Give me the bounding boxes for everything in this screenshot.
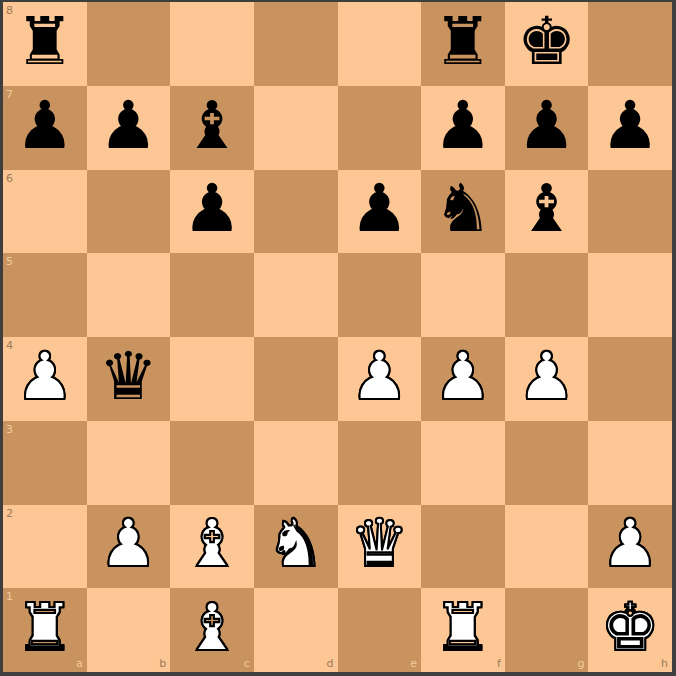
square-d6[interactable] <box>254 170 338 254</box>
square-f8[interactable]: ♜ <box>421 2 505 86</box>
square-c4[interactable] <box>170 337 254 421</box>
square-g1[interactable]: g <box>505 588 589 672</box>
piece-white-queen[interactable]: ♛ <box>350 511 409 577</box>
coord-file-h: h <box>661 658 668 669</box>
square-a5[interactable]: 5 <box>3 253 87 337</box>
square-f2[interactable] <box>421 505 505 589</box>
square-b7[interactable]: ♟ <box>87 86 171 170</box>
square-e7[interactable] <box>338 86 422 170</box>
piece-black-pawn[interactable]: ♟ <box>15 93 74 159</box>
square-b4[interactable]: ♛ <box>87 337 171 421</box>
square-e3[interactable] <box>338 421 422 505</box>
square-h8[interactable] <box>588 2 672 86</box>
piece-black-rook[interactable]: ♜ <box>433 9 492 75</box>
square-d4[interactable] <box>254 337 338 421</box>
square-b2[interactable]: ♟ <box>87 505 171 589</box>
square-c8[interactable] <box>170 2 254 86</box>
coord-rank-2: 2 <box>6 508 13 519</box>
square-e4[interactable]: ♟ <box>338 337 422 421</box>
piece-white-knight[interactable]: ♞ <box>266 511 325 577</box>
square-f5[interactable] <box>421 253 505 337</box>
piece-black-queen[interactable]: ♛ <box>99 344 158 410</box>
square-c2[interactable]: ♝ <box>170 505 254 589</box>
square-c5[interactable] <box>170 253 254 337</box>
square-b6[interactable] <box>87 170 171 254</box>
piece-black-bishop[interactable]: ♝ <box>517 176 576 242</box>
piece-black-pawn[interactable]: ♟ <box>350 176 409 242</box>
coord-rank-4: 4 <box>6 340 13 351</box>
square-g7[interactable]: ♟ <box>505 86 589 170</box>
square-d1[interactable]: d <box>254 588 338 672</box>
square-a2[interactable]: 2 <box>3 505 87 589</box>
square-h1[interactable]: h♚ <box>588 588 672 672</box>
coord-rank-1: 1 <box>6 591 13 602</box>
square-a3[interactable]: 3 <box>3 421 87 505</box>
coord-rank-8: 8 <box>6 5 13 16</box>
square-h4[interactable] <box>588 337 672 421</box>
piece-white-pawn[interactable]: ♟ <box>601 511 660 577</box>
square-e6[interactable]: ♟ <box>338 170 422 254</box>
piece-black-rook[interactable]: ♜ <box>15 9 74 75</box>
square-f4[interactable]: ♟ <box>421 337 505 421</box>
square-h6[interactable] <box>588 170 672 254</box>
square-g6[interactable]: ♝ <box>505 170 589 254</box>
square-d5[interactable] <box>254 253 338 337</box>
square-a4[interactable]: 4♟ <box>3 337 87 421</box>
piece-white-rook[interactable]: ♜ <box>15 595 74 661</box>
square-c3[interactable] <box>170 421 254 505</box>
square-f3[interactable] <box>421 421 505 505</box>
piece-white-bishop[interactable]: ♝ <box>182 595 241 661</box>
square-e2[interactable]: ♛ <box>338 505 422 589</box>
piece-black-pawn[interactable]: ♟ <box>601 93 660 159</box>
square-e5[interactable] <box>338 253 422 337</box>
coord-file-b: b <box>159 658 166 669</box>
piece-black-pawn[interactable]: ♟ <box>182 176 241 242</box>
square-e8[interactable] <box>338 2 422 86</box>
piece-white-pawn[interactable]: ♟ <box>433 344 492 410</box>
coord-rank-5: 5 <box>6 256 13 267</box>
square-f6[interactable]: ♞ <box>421 170 505 254</box>
square-g5[interactable] <box>505 253 589 337</box>
square-f1[interactable]: f♜ <box>421 588 505 672</box>
square-c6[interactable]: ♟ <box>170 170 254 254</box>
square-h5[interactable] <box>588 253 672 337</box>
square-h7[interactable]: ♟ <box>588 86 672 170</box>
square-g8[interactable]: ♚ <box>505 2 589 86</box>
piece-black-bishop[interactable]: ♝ <box>182 93 241 159</box>
square-h2[interactable]: ♟ <box>588 505 672 589</box>
square-c7[interactable]: ♝ <box>170 86 254 170</box>
square-b8[interactable] <box>87 2 171 86</box>
square-f7[interactable]: ♟ <box>421 86 505 170</box>
square-b5[interactable] <box>87 253 171 337</box>
square-d3[interactable] <box>254 421 338 505</box>
chess-board[interactable]: 8♜♜♚7♟♟♝♟♟♟6♟♟♞♝54♟♛♟♟♟32♟♝♞♛♟1a♜bc♝def♜… <box>3 2 672 672</box>
square-e1[interactable]: e <box>338 588 422 672</box>
square-a7[interactable]: 7♟ <box>3 86 87 170</box>
square-b3[interactable] <box>87 421 171 505</box>
coord-file-g: g <box>577 658 584 669</box>
piece-white-rook[interactable]: ♜ <box>433 595 492 661</box>
coord-rank-7: 7 <box>6 89 13 100</box>
coord-file-a: a <box>76 658 83 669</box>
square-g2[interactable] <box>505 505 589 589</box>
coord-file-e: e <box>410 658 417 669</box>
square-a8[interactable]: 8♜ <box>3 2 87 86</box>
square-b1[interactable]: b <box>87 588 171 672</box>
piece-black-knight[interactable]: ♞ <box>433 176 492 242</box>
square-a1[interactable]: 1a♜ <box>3 588 87 672</box>
piece-black-pawn[interactable]: ♟ <box>433 93 492 159</box>
square-g4[interactable]: ♟ <box>505 337 589 421</box>
coord-file-d: d <box>327 658 334 669</box>
coord-file-c: c <box>244 658 250 669</box>
coord-file-f: f <box>497 658 501 669</box>
piece-white-king[interactable]: ♚ <box>601 595 660 661</box>
piece-black-pawn[interactable]: ♟ <box>99 93 158 159</box>
coord-rank-3: 3 <box>6 424 13 435</box>
piece-white-pawn[interactable]: ♟ <box>517 344 576 410</box>
square-d7[interactable] <box>254 86 338 170</box>
piece-white-pawn[interactable]: ♟ <box>350 344 409 410</box>
piece-white-pawn[interactable]: ♟ <box>15 344 74 410</box>
square-g3[interactable] <box>505 421 589 505</box>
piece-white-pawn[interactable]: ♟ <box>99 511 158 577</box>
piece-black-king[interactable]: ♚ <box>517 9 576 75</box>
coord-rank-6: 6 <box>6 173 13 184</box>
chess-board-frame: 8♜♜♚7♟♟♝♟♟♟6♟♟♞♝54♟♛♟♟♟32♟♝♞♛♟1a♜bc♝def♜… <box>0 0 676 676</box>
square-h3[interactable] <box>588 421 672 505</box>
square-d2[interactable]: ♞ <box>254 505 338 589</box>
piece-black-pawn[interactable]: ♟ <box>517 93 576 159</box>
square-d8[interactable] <box>254 2 338 86</box>
piece-white-bishop[interactable]: ♝ <box>182 511 241 577</box>
square-a6[interactable]: 6 <box>3 170 87 254</box>
square-c1[interactable]: c♝ <box>170 588 254 672</box>
